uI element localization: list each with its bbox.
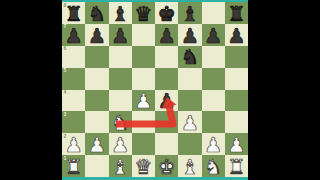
piece-white-knight-g1[interactable]: ♞ xyxy=(204,156,222,177)
square-h4[interactable] xyxy=(225,90,248,112)
square-a5[interactable]: 5 xyxy=(62,68,85,90)
square-h3[interactable] xyxy=(225,111,248,133)
piece-white-pawn-c2[interactable]: ♟ xyxy=(111,134,129,155)
piece-black-rook-a8[interactable]: ♜ xyxy=(64,3,82,24)
square-a4[interactable]: 4 xyxy=(62,90,85,112)
piece-white-pawn-h2[interactable]: ♟ xyxy=(227,134,245,155)
square-e2[interactable] xyxy=(155,133,178,155)
square-h2[interactable]: ♟ xyxy=(225,133,248,155)
square-b4[interactable] xyxy=(85,90,108,112)
square-d5[interactable] xyxy=(132,68,155,90)
piece-black-pawn-c7[interactable]: ♟ xyxy=(111,25,129,46)
square-e7[interactable]: ♟ xyxy=(155,24,178,46)
piece-black-queen-d8[interactable]: ♛ xyxy=(134,3,152,24)
square-f3[interactable]: ♟ xyxy=(178,111,201,133)
piece-black-knight-f6[interactable]: ♞ xyxy=(181,47,199,68)
piece-white-pawn-b2[interactable]: ♟ xyxy=(88,134,106,155)
square-c3[interactable]: ♞ xyxy=(109,111,132,133)
square-f2[interactable] xyxy=(178,133,201,155)
square-c4[interactable] xyxy=(109,90,132,112)
square-d3[interactable] xyxy=(132,111,155,133)
square-d7[interactable] xyxy=(132,24,155,46)
piece-black-pawn-f7[interactable]: ♟ xyxy=(181,25,199,46)
piece-white-pawn-d4[interactable]: ♟ xyxy=(134,91,152,112)
square-g4[interactable] xyxy=(202,90,225,112)
video-frame: 8♜♞♝♛♚♝♜7♟♟♟♟♟♟♟6♞54♟♟3♞♟2♟♟♟♟♟1♜♝♛♚♝♞♜ xyxy=(0,0,320,180)
square-c6[interactable] xyxy=(109,46,132,68)
piece-black-pawn-e7[interactable]: ♟ xyxy=(157,25,175,46)
square-g2[interactable]: ♟ xyxy=(202,133,225,155)
piece-white-bishop-f1[interactable]: ♝ xyxy=(181,156,199,177)
rank-label-6: 6 xyxy=(64,46,67,51)
piece-white-queen-d1[interactable]: ♛ xyxy=(134,156,152,177)
square-a8[interactable]: 8♜ xyxy=(62,2,85,24)
square-c7[interactable]: ♟ xyxy=(109,24,132,46)
square-g7[interactable]: ♟ xyxy=(202,24,225,46)
piece-black-pawn-h7[interactable]: ♟ xyxy=(227,25,245,46)
square-a3[interactable]: 3 xyxy=(62,111,85,133)
piece-black-knight-b8[interactable]: ♞ xyxy=(88,3,106,24)
square-d4[interactable]: ♟ xyxy=(132,90,155,112)
square-e6[interactable] xyxy=(155,46,178,68)
square-e1[interactable]: ♚ xyxy=(155,155,178,177)
piece-white-pawn-g2[interactable]: ♟ xyxy=(204,134,222,155)
square-e4[interactable]: ♟ xyxy=(155,90,178,112)
square-b5[interactable] xyxy=(85,68,108,90)
square-f4[interactable] xyxy=(178,90,201,112)
square-b6[interactable] xyxy=(85,46,108,68)
square-b3[interactable] xyxy=(85,111,108,133)
square-h6[interactable] xyxy=(225,46,248,68)
square-b2[interactable]: ♟ xyxy=(85,133,108,155)
square-c5[interactable] xyxy=(109,68,132,90)
rank-label-4: 4 xyxy=(64,90,67,95)
chess-board-column: 8♜♞♝♛♚♝♜7♟♟♟♟♟♟♟6♞54♟♟3♞♟2♟♟♟♟♟1♜♝♛♚♝♞♜ xyxy=(62,0,248,180)
square-h1[interactable]: ♜ xyxy=(225,155,248,177)
square-f6[interactable]: ♞ xyxy=(178,46,201,68)
square-g1[interactable]: ♞ xyxy=(202,155,225,177)
square-d1[interactable]: ♛ xyxy=(132,155,155,177)
square-h7[interactable]: ♟ xyxy=(225,24,248,46)
square-c2[interactable]: ♟ xyxy=(109,133,132,155)
piece-black-rook-h8[interactable]: ♜ xyxy=(227,3,245,24)
piece-black-king-e8[interactable]: ♚ xyxy=(157,3,175,24)
square-e8[interactable]: ♚ xyxy=(155,2,178,24)
square-a1[interactable]: 1♜ xyxy=(62,155,85,177)
piece-black-bishop-f8[interactable]: ♝ xyxy=(181,3,199,24)
piece-black-bishop-c8[interactable]: ♝ xyxy=(111,3,129,24)
teal-strip-bottom xyxy=(62,177,248,180)
square-c8[interactable]: ♝ xyxy=(109,2,132,24)
square-b1[interactable] xyxy=(85,155,108,177)
square-f5[interactable] xyxy=(178,68,201,90)
piece-white-rook-a1[interactable]: ♜ xyxy=(64,156,82,177)
square-g8[interactable] xyxy=(202,2,225,24)
chess-board[interactable]: 8♜♞♝♛♚♝♜7♟♟♟♟♟♟♟6♞54♟♟3♞♟2♟♟♟♟♟1♜♝♛♚♝♞♜ xyxy=(62,2,248,177)
square-c1[interactable]: ♝ xyxy=(109,155,132,177)
rank-label-3: 3 xyxy=(64,112,67,117)
square-f8[interactable]: ♝ xyxy=(178,2,201,24)
rank-label-5: 5 xyxy=(64,68,67,73)
square-g3[interactable] xyxy=(202,111,225,133)
square-g5[interactable] xyxy=(202,68,225,90)
piece-black-pawn-b7[interactable]: ♟ xyxy=(88,25,106,46)
piece-white-king-e1[interactable]: ♚ xyxy=(157,156,175,177)
square-a6[interactable]: 6 xyxy=(62,46,85,68)
square-d8[interactable]: ♛ xyxy=(132,2,155,24)
square-e3[interactable] xyxy=(155,111,178,133)
piece-white-pawn-a2[interactable]: ♟ xyxy=(64,134,82,155)
square-f7[interactable]: ♟ xyxy=(178,24,201,46)
square-h8[interactable]: ♜ xyxy=(225,2,248,24)
square-b7[interactable]: ♟ xyxy=(85,24,108,46)
square-e5[interactable] xyxy=(155,68,178,90)
square-b8[interactable]: ♞ xyxy=(85,2,108,24)
piece-black-pawn-g7[interactable]: ♟ xyxy=(204,25,222,46)
piece-white-pawn-f3[interactable]: ♟ xyxy=(181,113,199,134)
piece-white-rook-h1[interactable]: ♜ xyxy=(227,156,245,177)
piece-white-knight-c3[interactable]: ♞ xyxy=(111,113,129,134)
square-d2[interactable] xyxy=(132,133,155,155)
square-a7[interactable]: 7♟ xyxy=(62,24,85,46)
square-f1[interactable]: ♝ xyxy=(178,155,201,177)
piece-black-pawn-a7[interactable]: ♟ xyxy=(64,25,82,46)
square-g6[interactable] xyxy=(202,46,225,68)
square-d6[interactable] xyxy=(132,46,155,68)
square-a2[interactable]: 2♟ xyxy=(62,133,85,155)
piece-black-pawn-e4[interactable]: ♟ xyxy=(157,91,175,112)
square-h5[interactable] xyxy=(225,68,248,90)
piece-white-bishop-c1[interactable]: ♝ xyxy=(111,156,129,177)
